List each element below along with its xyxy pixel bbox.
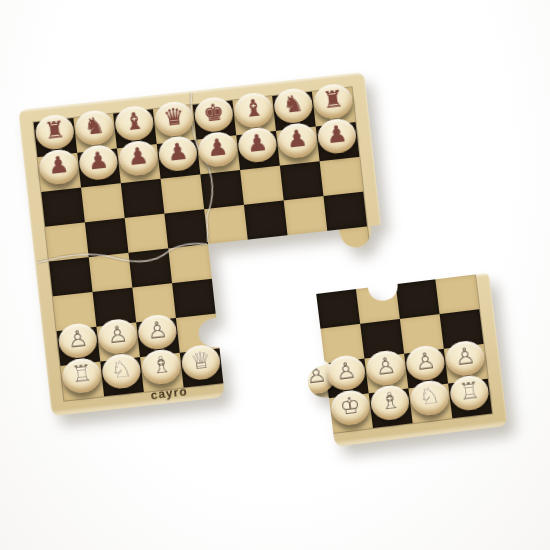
black-rook-glyph: ♜ [321,87,344,112]
square-f2 [255,305,299,344]
black-pawn-glyph: ♟ [166,140,189,165]
square-c6 [121,179,165,218]
white-knight-glyph: ♘ [110,357,133,382]
square-e4 [208,240,252,279]
product-photo-scene: cayro ♜♞♝♛♚♝♞♜♟♟♟♟♟♟♟♟♙♙♙♖♘♗♕ ♙♙♙♙♙♔♗♘♖ [0,0,550,550]
black-queen-glyph: ♛ [162,105,185,130]
square-f3 [252,270,296,309]
square-h4 [435,274,479,314]
square-e6 [200,170,244,209]
black-pawn-glyph: ♟ [87,148,110,173]
white-bishop-glyph: ♗ [378,389,401,414]
square-f5 [244,200,288,239]
white-knight-glyph: ♘ [418,384,441,409]
black-pawn-glyph: ♟ [325,122,348,147]
square-g4 [396,279,440,319]
square-d3 [172,279,216,318]
square-c4 [128,248,172,287]
square-a6 [41,188,85,227]
white-rook-glyph: ♖ [458,379,481,404]
square-g4 [288,231,332,270]
square-h5 [323,192,367,231]
square-h4 [327,226,371,265]
white-pawn-glyph: ♙ [106,322,129,347]
white-pawn-glyph: ♙ [453,344,476,369]
square-e3 [212,274,256,313]
square-g5 [284,196,328,235]
white-pawn-glyph: ♙ [304,362,327,387]
white-pawn-glyph: ♙ [66,327,89,352]
square-f1 [259,340,303,379]
square-f6 [240,166,284,205]
white-pawn-glyph: ♙ [374,354,397,379]
square-f4 [248,235,292,274]
black-pawn-glyph: ♟ [126,144,149,169]
square-a5 [45,222,89,261]
square-b6 [81,183,125,222]
square-e4 [316,289,360,329]
square-d4 [168,244,212,283]
square-c5 [125,214,169,253]
square-b5 [85,218,129,257]
square-g6 [280,161,324,200]
black-knight-glyph: ♞ [282,92,305,117]
white-bishop-glyph: ♗ [150,353,173,378]
square-b4 [89,253,133,292]
square-e5 [204,205,248,244]
black-bishop-glyph: ♝ [123,109,146,134]
detached-puzzle-piece[interactable]: ♙♙♙♙♙♔♗♘♖ [296,273,507,449]
detached-corner-board: ♙♙♙♙♙♔♗♘♖ [296,273,507,449]
square-f4 [356,284,400,324]
black-knight-glyph: ♞ [83,114,106,139]
white-queen-glyph: ♕ [189,348,212,373]
white-pawn-glyph: ♙ [146,318,169,343]
black-king-glyph: ♚ [202,101,225,126]
square-e1 [220,344,264,383]
square-e2 [216,309,260,348]
black-pawn-glyph: ♟ [286,127,309,152]
square-d6 [161,174,205,213]
square-a4 [49,257,93,296]
white-pawn-glyph: ♙ [334,359,357,384]
white-pawn-glyph: ♙ [414,349,437,374]
square-d5 [164,209,208,248]
white-king-glyph: ♔ [338,393,361,418]
white-rook-glyph: ♖ [70,362,93,387]
square-h6 [320,157,364,196]
black-pawn-glyph: ♟ [246,131,269,156]
black-rook-glyph: ♜ [43,118,66,143]
black-pawn-glyph: ♟ [47,153,70,178]
black-pawn-glyph: ♟ [206,135,229,160]
black-bishop-glyph: ♝ [242,96,265,121]
